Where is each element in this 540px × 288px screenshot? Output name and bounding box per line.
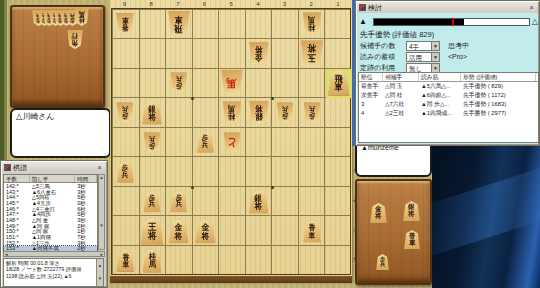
candidate-row-1[interactable]: 最善手△同 玉▲5六馬△...先手優勢 ( 829) — [359, 82, 538, 91]
engine-info-line3: 1198 読み筋 △同 玉(22) ▲6 — [6, 273, 95, 279]
candidate-column-2: 候補手 — [383, 73, 419, 81]
board-square-1八[interactable] — [325, 217, 352, 246]
board-square-6二[interactable] — [192, 39, 219, 68]
file-label-6: 6 — [199, 0, 211, 8]
sente-hand-piece-銀将[interactable]: 銀将 — [403, 201, 420, 221]
analysis-window-title: 検討 — [368, 3, 525, 13]
gote-piece-と[interactable]: と — [224, 132, 241, 153]
move-list-header: 手数指し手時間 — [4, 175, 97, 183]
file-label-8: 8 — [145, 0, 157, 8]
candidate-pv: ▲1四飛成... — [419, 109, 461, 118]
candidate-rank: 次善手 — [359, 91, 383, 100]
board-square-1一[interactable] — [325, 9, 352, 38]
analysis-window: 検討 × ▲ △ 先手優勢 (評価値 829) 候補手の数4手▼思考中読みの蓄積… — [355, 0, 540, 146]
board-square-8一[interactable] — [139, 9, 166, 38]
kifu-window-icon — [4, 164, 11, 171]
board-square-2七[interactable] — [299, 187, 326, 216]
desktop-wallpaper — [432, 145, 540, 288]
sente-hand-piece-歩兵[interactable]: 歩兵 — [376, 254, 389, 270]
board-square-3三[interactable] — [272, 68, 299, 97]
kifu-window: 棋譜 × 手数指し手時間 142:*△5三馬3秒143:*▲6八金右3秒144:… — [0, 160, 108, 288]
candidate-eval: 先手優勢 ( 829) — [461, 82, 536, 91]
board-grid[interactable]: 香車飛車桂馬金将玉将歩兵馬飛車歩兵銀将桂馬銀将歩兵歩兵歩兵歩兵と歩兵歩兵歩兵銀将… — [111, 8, 351, 275]
evaluation-bar-fill — [374, 19, 464, 25]
board-square-4五[interactable] — [245, 128, 272, 157]
kifu-close-icon[interactable]: × — [95, 164, 104, 171]
file-label-7: 7 — [172, 0, 184, 8]
file-label-4: 4 — [252, 0, 264, 8]
setting-side-text: 思考中 — [448, 41, 469, 51]
candidate-table[interactable]: 順位候補手読み筋形勢 (評価値) 最善手△同 玉▲5六馬△...先手優勢 ( 8… — [358, 72, 539, 143]
candidate-pv: ▲6四銀△... — [419, 91, 461, 100]
board-square-5七[interactable] — [219, 187, 246, 216]
setting-row-1: 候補手の数4手▼思考中 — [360, 41, 535, 51]
candidate-row-2[interactable]: 次善手△同 桂▲6四銀△...先手優勢 ( 1172) — [359, 91, 538, 100]
candidate-move: △2三桂 — [383, 109, 419, 118]
board-square-3二[interactable] — [272, 39, 299, 68]
board-square-6三[interactable] — [192, 68, 219, 97]
move-list-hscrollbar[interactable]: ◄► — [3, 251, 105, 257]
board-square-4八[interactable] — [245, 217, 272, 246]
file-label-1: 1 — [332, 0, 344, 8]
file-coordinates: 987654321 — [111, 0, 351, 8]
board-square-1五[interactable] — [325, 128, 352, 157]
setting-side-text: <Pro> — [448, 52, 467, 62]
board-square-6四[interactable] — [192, 98, 219, 127]
file-label-9: 9 — [119, 0, 131, 8]
board-square-3八[interactable] — [272, 217, 299, 246]
board-square-1七[interactable] — [325, 187, 352, 216]
board-square-4一[interactable] — [245, 9, 272, 38]
board-square-3五[interactable] — [272, 128, 299, 157]
move-list-column-2: 指し手 — [30, 175, 76, 182]
gote-hand-piece-角行[interactable]: 角行 — [67, 30, 83, 49]
setting-label: 候補手の数 — [360, 42, 395, 49]
sente-captured-stand: 金将銀将香車歩兵 — [355, 179, 432, 285]
candidate-move: △7六桂 — [383, 100, 419, 109]
candidate-rank: 3 — [359, 100, 383, 109]
board-square-5二[interactable] — [219, 39, 246, 68]
board-square-5一[interactable] — [219, 9, 246, 38]
evaluation-bar-center-marker — [452, 18, 454, 26]
board-square-3七[interactable] — [272, 187, 299, 216]
board-square-2六[interactable] — [299, 157, 326, 186]
kifu-window-title: 棋譜 — [13, 163, 93, 173]
sente-hand-piece-香車[interactable]: 香車 — [404, 230, 420, 249]
candidate-eval: 先手優勢 ( 1683) — [461, 100, 536, 109]
board-square-4九[interactable] — [245, 246, 272, 275]
candidate-move: △同 玉 — [383, 82, 419, 91]
sente-hand-piece-金将[interactable]: 金将 — [370, 203, 387, 223]
engine-info-box: 解析 時間 00:01.8 深さ 18/28 ノード数 2722779 評価値 … — [3, 258, 104, 287]
board-square-3六[interactable] — [272, 157, 299, 186]
board-square-5九[interactable] — [219, 246, 246, 275]
analysis-window-icon — [359, 4, 366, 11]
wallpaper-light-beam — [418, 165, 540, 256]
board-square-7九[interactable] — [165, 246, 192, 275]
move-list[interactable]: 手数指し手時間 142:*△5三馬3秒143:*▲6八金右3秒144:*△5四桂… — [3, 174, 98, 250]
candidate-rank: 最善手 — [359, 82, 383, 91]
gote-name-label: △川崎さん — [16, 112, 55, 121]
board-square-1九[interactable] — [325, 246, 352, 275]
board-square-3一[interactable] — [272, 9, 299, 38]
board-frame-bottom — [110, 276, 352, 283]
sente-mark: ▲ — [359, 17, 367, 27]
board-square-6一[interactable] — [192, 9, 219, 38]
board-square-1二[interactable] — [325, 39, 352, 68]
gote-captured-stand: 歩兵歩兵歩兵歩兵歩兵歩兵歩兵桂馬角行 — [10, 5, 105, 108]
gote-name-box[interactable]: △川崎さん — [10, 108, 111, 158]
board-square-8三[interactable] — [139, 68, 166, 97]
dropdown-arrow-icon[interactable]: ▼ — [431, 53, 439, 61]
setting-row-2: 読みの蓄積活用▼<Pro> — [360, 52, 535, 62]
engine-info-scroll[interactable]: ▲▼ — [96, 259, 103, 286]
board-square-8二[interactable] — [139, 39, 166, 68]
file-label-3: 3 — [279, 0, 291, 8]
candidate-eval: 先手優勢 ( 1172) — [461, 91, 536, 100]
board-square-9五[interactable] — [112, 128, 139, 157]
board-square-7二[interactable] — [165, 39, 192, 68]
analysis-close-icon[interactable]: × — [527, 4, 536, 11]
board-square-3九[interactable] — [272, 246, 299, 275]
analysis-window-left-edge — [352, 0, 355, 146]
candidate-row-3[interactable]: 3△7六桂▲同 歩△...先手優勢 ( 1683) — [359, 100, 538, 109]
analysis-titlebar[interactable]: 検討 × — [357, 2, 538, 13]
board-square-6七[interactable] — [192, 187, 219, 216]
board-square-6九[interactable] — [192, 246, 219, 275]
board-square-5八[interactable] — [219, 217, 246, 246]
board-square-6六[interactable] — [192, 157, 219, 186]
board-square-9八[interactable] — [112, 217, 139, 246]
gote-piece-歩兵[interactable]: 歩兵 — [144, 132, 161, 153]
board-square-2三[interactable] — [299, 68, 326, 97]
board-square-1六[interactable] — [325, 157, 352, 186]
evaluation-status-text: 先手優勢 (評価値 829) — [360, 30, 434, 40]
setting-dropdown-2[interactable]: 活用▼ — [406, 52, 440, 62]
engine-info-line2: 18/28 ノード数 2722779 評価値 — [6, 266, 95, 272]
setting-label: 定跡の利用 — [360, 64, 395, 71]
board-square-8六[interactable] — [139, 157, 166, 186]
board-square-1四[interactable] — [325, 98, 352, 127]
dropdown-arrow-icon[interactable]: ▼ — [431, 42, 439, 50]
board-square-9二[interactable] — [112, 39, 139, 68]
board-square-7六[interactable] — [165, 157, 192, 186]
candidate-eval: 先手勝勢 ( 2977) — [461, 109, 536, 118]
file-label-2: 2 — [305, 0, 317, 8]
candidate-pv: ▲同 歩△... — [419, 100, 461, 109]
board-square-9七[interactable] — [112, 187, 139, 216]
evaluation-bar — [373, 18, 530, 26]
move-list-column-1: 手数 — [4, 175, 30, 182]
candidate-column-4: 形勢 (評価値) — [461, 73, 536, 81]
candidate-pv: ▲5六馬△... — [419, 82, 461, 91]
candidate-move: △同 桂 — [383, 91, 419, 100]
board-square-7五[interactable] — [165, 128, 192, 157]
move-list-scrollbar[interactable]: ▲▼ — [98, 174, 105, 250]
candidate-row-4[interactable]: 4△2三桂▲1四飛成...先手勝勢 ( 2977) — [359, 109, 538, 118]
candidate-table-header: 順位候補手読み筋形勢 (評価値) — [359, 73, 538, 82]
setting-dropdown-1[interactable]: 4手▼ — [406, 41, 440, 51]
board-square-5六[interactable] — [219, 157, 246, 186]
board-square-2五[interactable] — [299, 128, 326, 157]
board-square-9三[interactable] — [112, 68, 139, 97]
gote-piece-玉将[interactable]: 玉将 — [301, 40, 324, 67]
setting-label: 読みの蓄積 — [360, 53, 395, 60]
app-root: 歩兵歩兵歩兵歩兵歩兵歩兵歩兵桂馬角行 △川崎さん 987654321 香車飛車桂… — [0, 0, 540, 288]
candidate-column-3: 読み筋 — [419, 73, 461, 81]
kifu-titlebar[interactable]: 棋譜 × — [2, 162, 106, 173]
candidate-column-1: 順位 — [359, 73, 383, 81]
evaluation-bar-row: ▲ △ — [359, 17, 538, 27]
board-square-4三[interactable] — [245, 68, 272, 97]
file-label-5: 5 — [225, 0, 237, 8]
board-square-2九[interactable] — [299, 246, 326, 275]
shogi-board: 987654321 香車飛車桂馬金将玉将歩兵馬飛車歩兵銀将桂馬銀将歩兵歩兵歩兵歩… — [110, 0, 352, 283]
dropdown-arrow-icon[interactable]: ▼ — [431, 64, 439, 72]
board-square-7四[interactable] — [165, 98, 192, 127]
move-list-column-3: 時間 — [75, 175, 97, 182]
candidate-rank: 4 — [359, 109, 383, 118]
gote-mark: △ — [532, 17, 538, 27]
board-square-4六[interactable] — [245, 157, 272, 186]
